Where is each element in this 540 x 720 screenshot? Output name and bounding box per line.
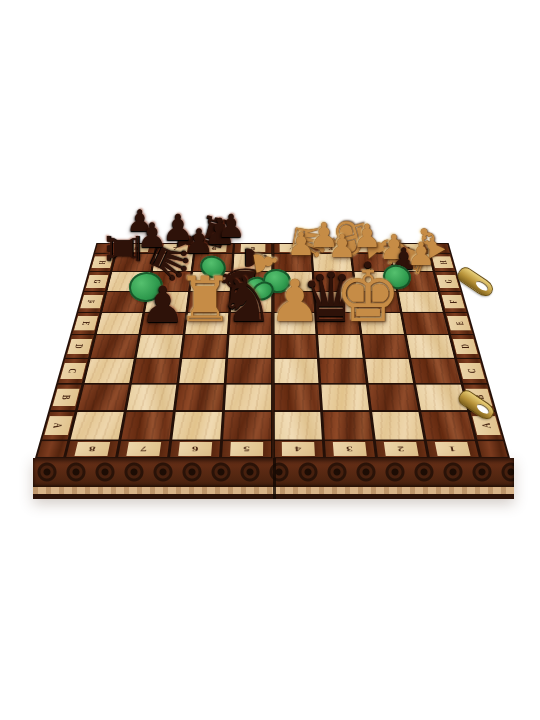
square-b2 <box>369 385 418 411</box>
coord-front-4: 4 <box>274 441 323 457</box>
coord-label: 2 <box>367 246 373 250</box>
coord-label: G <box>442 279 453 283</box>
coord-cell: 5 <box>240 244 265 252</box>
coord-label: 3 <box>328 246 333 250</box>
coord-cell: 7 <box>126 442 161 456</box>
square-b8 <box>78 385 129 411</box>
coord-label: 8 <box>88 445 96 453</box>
coord-cell: F <box>442 295 465 308</box>
coord-label: C <box>465 369 478 374</box>
coord-label: 6 <box>192 445 199 453</box>
coord-right-F: F <box>440 292 466 312</box>
coord-label: 8 <box>133 246 139 250</box>
piece-dark-pawn: ♟ <box>217 210 246 242</box>
square-c7 <box>132 359 180 383</box>
coord-label: E <box>80 321 92 325</box>
square-e8 <box>97 313 143 334</box>
coord-front-6: 6 <box>170 441 220 457</box>
coord-label: A <box>479 423 493 428</box>
coord-label: 7 <box>173 246 179 250</box>
coord-left-B: B <box>51 385 82 411</box>
square-e7 <box>141 313 185 334</box>
border-corner <box>37 441 67 457</box>
square-d2 <box>362 335 408 357</box>
coord-cell: 1 <box>395 244 422 252</box>
coord-label: D <box>74 344 86 348</box>
coord-cell: D <box>453 339 478 354</box>
coord-label: D <box>459 344 471 348</box>
square-f2 <box>357 292 400 312</box>
coord-left-G: G <box>84 272 109 291</box>
coord-cell: 8 <box>74 442 110 456</box>
piece-dark-pawn: ♟ <box>127 206 154 236</box>
coord-left-E: E <box>72 313 99 334</box>
square-h8 <box>112 254 153 271</box>
square-h3 <box>313 254 352 271</box>
square-e2 <box>360 313 404 334</box>
square-d7 <box>137 335 183 357</box>
square-f7 <box>145 292 188 312</box>
coord-back-2: 2 <box>351 244 389 253</box>
square-g4 <box>274 272 313 291</box>
square-g1 <box>395 272 438 291</box>
coord-left-D: D <box>65 335 94 357</box>
coord-cell: D <box>67 339 92 354</box>
coord-front-1: 1 <box>427 441 479 457</box>
coord-front-7: 7 <box>118 441 169 457</box>
coord-cell: A <box>44 416 72 435</box>
square-h2 <box>352 254 392 271</box>
square-c5 <box>227 359 272 383</box>
coord-cell: 5 <box>230 442 263 456</box>
coord-front-5: 5 <box>222 441 271 457</box>
coord-label: 6 <box>212 246 217 250</box>
coord-right-D: D <box>451 335 480 357</box>
border-corner <box>428 244 450 253</box>
coord-back-7: 7 <box>156 244 194 253</box>
square-a4 <box>274 412 322 440</box>
square-f6 <box>188 292 230 312</box>
coord-front-8: 8 <box>66 441 118 457</box>
square-b5 <box>225 385 271 411</box>
square-b3 <box>321 385 369 411</box>
coord-back-6: 6 <box>195 244 232 253</box>
square-e4 <box>274 313 316 334</box>
coord-label: F <box>86 300 97 303</box>
square-h4 <box>274 254 312 271</box>
coord-left-F: F <box>78 292 104 312</box>
coord-label: 1 <box>406 246 412 250</box>
square-g6 <box>191 272 231 291</box>
square-f4 <box>274 292 314 312</box>
square-a7 <box>121 412 172 440</box>
coord-cell: 3 <box>333 442 367 456</box>
square-a6 <box>172 412 222 440</box>
coord-back-8: 8 <box>117 244 156 253</box>
square-f5 <box>231 292 271 312</box>
square-h7 <box>153 254 193 271</box>
square-f8 <box>102 292 146 312</box>
coord-right-E: E <box>445 313 472 334</box>
coord-cell: F <box>80 295 103 308</box>
coord-cell: C <box>459 363 485 379</box>
board-top: 87654321HHGGFFEEDDCCBBAA87654321 <box>35 243 510 458</box>
square-g2 <box>354 272 396 291</box>
coord-left-H: H <box>90 254 115 271</box>
square-g3 <box>314 272 354 291</box>
square-e1 <box>403 313 449 334</box>
coord-back-1: 1 <box>389 244 428 253</box>
fold-seam <box>271 243 275 458</box>
coord-cell: G <box>437 275 459 288</box>
coord-label: C <box>67 369 80 374</box>
coord-back-4: 4 <box>274 244 311 253</box>
square-h5 <box>233 254 271 271</box>
coord-front-3: 3 <box>325 441 375 457</box>
square-e5 <box>230 313 272 334</box>
coord-label: 4 <box>289 246 294 250</box>
coord-cell: H <box>91 256 113 268</box>
square-a8 <box>71 412 124 440</box>
coord-cell: 6 <box>201 244 227 252</box>
square-f1 <box>399 292 443 312</box>
border-corner <box>478 441 508 457</box>
coord-label: H <box>437 260 448 264</box>
square-d5 <box>228 335 271 357</box>
square-e6 <box>185 313 228 334</box>
square-c6 <box>179 359 225 383</box>
coord-cell: 7 <box>162 244 188 252</box>
coord-left-A: A <box>42 412 74 440</box>
coord-label: 3 <box>346 445 353 453</box>
square-f3 <box>315 292 357 312</box>
coord-cell: 2 <box>384 442 419 456</box>
coord-label: A <box>52 423 66 428</box>
coord-cell: 4 <box>282 442 315 456</box>
coord-cell: 6 <box>178 442 212 456</box>
square-a1 <box>421 412 474 440</box>
square-a2 <box>372 412 423 440</box>
square-b6 <box>176 385 224 411</box>
square-g7 <box>149 272 191 291</box>
coord-label: F <box>447 300 458 303</box>
coord-label: 1 <box>448 445 456 453</box>
square-b4 <box>274 385 320 411</box>
board-front-edge <box>33 458 514 499</box>
coord-label: 5 <box>251 246 256 250</box>
square-d4 <box>274 335 317 357</box>
square-c8 <box>85 359 134 383</box>
coord-label: H <box>97 260 108 264</box>
coord-cell: 4 <box>279 244 304 252</box>
square-g8 <box>108 272 151 291</box>
border-corner <box>95 244 117 253</box>
square-d3 <box>318 335 363 357</box>
square-c4 <box>274 359 319 383</box>
product-photo: 87654321HHGGFFEEDDCCBBAA87654321 ♜♛♟♟♝♜♟… <box>0 0 540 720</box>
coord-cell: 8 <box>123 244 150 252</box>
piece-dark-pawn: ♟ <box>162 210 194 246</box>
coord-label: 7 <box>140 445 148 453</box>
coord-cell: E <box>74 316 98 330</box>
coord-cell: G <box>86 275 108 288</box>
coord-label: 5 <box>243 445 250 453</box>
coord-right-H: H <box>431 254 456 271</box>
coord-label: G <box>92 279 103 283</box>
fold-seam-front <box>273 458 276 499</box>
coord-label: B <box>60 395 73 400</box>
square-d8 <box>91 335 138 357</box>
coord-back-5: 5 <box>234 244 271 253</box>
coord-label: 4 <box>295 445 302 453</box>
coord-left-C: C <box>58 359 88 383</box>
coord-cell: H <box>432 256 454 268</box>
square-e3 <box>317 313 360 334</box>
coord-cell: 3 <box>318 244 344 252</box>
coord-label: 2 <box>397 445 405 453</box>
coord-right-C: C <box>457 359 487 383</box>
coord-label: E <box>453 321 465 325</box>
square-c2 <box>365 359 413 383</box>
coord-cell: 2 <box>357 244 383 252</box>
square-g5 <box>232 272 271 291</box>
coord-front-2: 2 <box>376 441 427 457</box>
coord-cell: 1 <box>435 442 471 456</box>
square-h1 <box>391 254 432 271</box>
coord-cell: B <box>53 389 80 406</box>
square-d6 <box>182 335 227 357</box>
square-a3 <box>323 412 373 440</box>
coord-back-3: 3 <box>312 244 349 253</box>
square-h6 <box>193 254 232 271</box>
coord-cell: C <box>60 363 86 379</box>
square-b7 <box>127 385 176 411</box>
square-c1 <box>411 359 460 383</box>
square-c3 <box>320 359 366 383</box>
square-d1 <box>407 335 454 357</box>
coord-cell: E <box>447 316 471 330</box>
square-a5 <box>223 412 271 440</box>
